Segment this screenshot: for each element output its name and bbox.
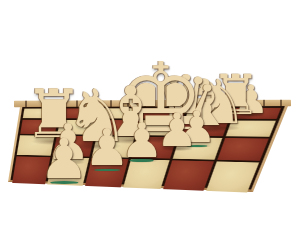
board-square [206, 161, 260, 192]
white-pawn-2: ♟ [39, 132, 88, 187]
white-pawn-3: ♟ [84, 123, 130, 174]
board-square [217, 138, 269, 161]
product-photo: ♜♟♟♞♟♝♟♚♟♛♟♝♞♜♟ [0, 0, 300, 225]
